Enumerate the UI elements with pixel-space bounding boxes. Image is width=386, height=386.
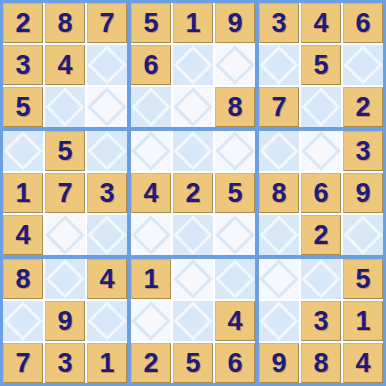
cell-r5c6: 5 [215, 173, 255, 213]
given-digit: 7 [57, 180, 72, 207]
empty-diamond-icon [173, 45, 213, 85]
cell-r8c7[interactable] [259, 301, 299, 341]
given-digit: 5 [313, 52, 328, 79]
cell-r5c9: 9 [343, 173, 383, 213]
cell-r1c4: 5 [131, 3, 171, 43]
empty-diamond-icon [173, 87, 213, 127]
given-digit: 2 [15, 10, 30, 37]
cell-r6c1: 4 [3, 215, 43, 255]
cell-r8c3[interactable] [87, 301, 127, 341]
cell-r4c8[interactable] [301, 131, 341, 171]
given-digit: 4 [15, 222, 30, 249]
cell-r1c3: 7 [87, 3, 127, 43]
cell-r3c6: 8 [215, 87, 255, 127]
given-digit: 9 [271, 350, 286, 377]
cell-r7c3: 4 [87, 259, 127, 299]
given-digit: 9 [57, 308, 72, 335]
cell-r4c5[interactable] [173, 131, 213, 171]
empty-diamond-icon [215, 45, 255, 85]
cell-r9c5: 5 [173, 343, 213, 383]
given-digit: 3 [57, 350, 72, 377]
cell-r6c2[interactable] [45, 215, 85, 255]
block-1-1: 287345 [3, 3, 127, 127]
cell-r8c8: 3 [301, 301, 341, 341]
empty-diamond-icon [343, 215, 383, 255]
empty-diamond-icon [259, 301, 299, 341]
cell-r3c8[interactable] [301, 87, 341, 127]
empty-diamond-icon [87, 301, 127, 341]
block-2-3: 38692 [259, 131, 383, 255]
empty-diamond-icon [215, 215, 255, 255]
block-3-3: 531984 [259, 259, 383, 383]
block-2-1: 51734 [3, 131, 127, 255]
given-digit: 7 [99, 10, 114, 37]
cell-r4c3[interactable] [87, 131, 127, 171]
cell-r8c1[interactable] [3, 301, 43, 341]
cell-r2c8: 5 [301, 45, 341, 85]
cell-r9c4: 2 [131, 343, 171, 383]
cell-r5c7: 8 [259, 173, 299, 213]
given-digit: 1 [185, 10, 200, 37]
cell-r1c7: 3 [259, 3, 299, 43]
cell-r5c8: 6 [301, 173, 341, 213]
given-digit: 5 [355, 266, 370, 293]
sudoku-board: 2873455196834657251734425386928497311425… [0, 0, 386, 386]
cell-r7c5[interactable] [173, 259, 213, 299]
given-digit: 1 [355, 308, 370, 335]
given-digit: 2 [143, 350, 158, 377]
cell-r7c1: 8 [3, 259, 43, 299]
cell-r9c1: 7 [3, 343, 43, 383]
given-digit: 2 [313, 222, 328, 249]
given-digit: 1 [99, 350, 114, 377]
cell-r2c2: 4 [45, 45, 85, 85]
given-digit: 5 [15, 94, 30, 121]
cell-r6c4[interactable] [131, 215, 171, 255]
cell-r7c8[interactable] [301, 259, 341, 299]
empty-diamond-icon [173, 259, 213, 299]
cell-r4c6[interactable] [215, 131, 255, 171]
given-digit: 9 [355, 180, 370, 207]
empty-diamond-icon [173, 301, 213, 341]
empty-diamond-icon [3, 131, 43, 171]
given-digit: 3 [355, 138, 370, 165]
block-2-2: 425 [131, 131, 255, 255]
cell-r1c5: 1 [173, 3, 213, 43]
given-digit: 1 [15, 180, 30, 207]
cell-r8c6: 4 [215, 301, 255, 341]
cell-r7c9: 5 [343, 259, 383, 299]
cell-r8c5[interactable] [173, 301, 213, 341]
cell-r2c5[interactable] [173, 45, 213, 85]
cell-r1c9: 6 [343, 3, 383, 43]
empty-diamond-icon [131, 87, 171, 127]
cell-r9c3: 1 [87, 343, 127, 383]
block-3-1: 849731 [3, 259, 127, 383]
cell-r8c4[interactable] [131, 301, 171, 341]
empty-diamond-icon [87, 215, 127, 255]
empty-diamond-icon [301, 259, 341, 299]
cell-r2c3[interactable] [87, 45, 127, 85]
cell-r5c1: 1 [3, 173, 43, 213]
cell-r5c2: 7 [45, 173, 85, 213]
block-1-2: 51968 [131, 3, 255, 127]
cell-r9c9: 4 [343, 343, 383, 383]
block-3-2: 14256 [131, 259, 255, 383]
cell-r8c2: 9 [45, 301, 85, 341]
given-digit: 4 [313, 10, 328, 37]
cell-r7c4: 1 [131, 259, 171, 299]
given-digit: 5 [57, 138, 72, 165]
empty-diamond-icon [173, 215, 213, 255]
cell-r7c6[interactable] [215, 259, 255, 299]
empty-diamond-icon [87, 45, 127, 85]
cell-r3c4[interactable] [131, 87, 171, 127]
cell-r6c9[interactable] [343, 215, 383, 255]
cell-r3c5[interactable] [173, 87, 213, 127]
given-digit: 3 [15, 52, 30, 79]
cell-r2c1: 3 [3, 45, 43, 85]
empty-diamond-icon [259, 131, 299, 171]
cell-r9c6: 6 [215, 343, 255, 383]
empty-diamond-icon [3, 301, 43, 341]
cell-r3c1: 5 [3, 87, 43, 127]
given-digit: 3 [271, 10, 286, 37]
given-digit: 8 [227, 94, 242, 121]
cell-r3c3[interactable] [87, 87, 127, 127]
cell-r4c9: 3 [343, 131, 383, 171]
cell-r1c1: 2 [3, 3, 43, 43]
cell-r6c3[interactable] [87, 215, 127, 255]
given-digit: 2 [185, 180, 200, 207]
cell-r3c2[interactable] [45, 87, 85, 127]
given-digit: 6 [313, 180, 328, 207]
empty-diamond-icon [131, 131, 171, 171]
given-digit: 6 [355, 10, 370, 37]
cell-r4c4[interactable] [131, 131, 171, 171]
given-digit: 7 [15, 350, 30, 377]
cell-r5c3: 3 [87, 173, 127, 213]
cell-r3c7: 7 [259, 87, 299, 127]
cell-r1c2: 8 [45, 3, 85, 43]
empty-diamond-icon [45, 259, 85, 299]
cell-r4c7[interactable] [259, 131, 299, 171]
cell-r6c7[interactable] [259, 215, 299, 255]
given-digit: 7 [271, 94, 286, 121]
empty-diamond-icon [87, 87, 127, 127]
empty-diamond-icon [301, 87, 341, 127]
empty-diamond-icon [259, 45, 299, 85]
empty-diamond-icon [45, 87, 85, 127]
empty-diamond-icon [215, 259, 255, 299]
empty-diamond-icon [87, 131, 127, 171]
cell-r9c8: 8 [301, 343, 341, 383]
cell-r3c9: 2 [343, 87, 383, 127]
block-1-3: 346572 [259, 3, 383, 127]
cell-r2c9[interactable] [343, 45, 383, 85]
given-digit: 4 [227, 308, 242, 335]
given-digit: 8 [271, 180, 286, 207]
empty-diamond-icon [215, 131, 255, 171]
cell-r7c7[interactable] [259, 259, 299, 299]
given-digit: 6 [227, 350, 242, 377]
cell-r8c9: 1 [343, 301, 383, 341]
cell-r2c6[interactable] [215, 45, 255, 85]
given-digit: 8 [15, 266, 30, 293]
cell-r6c6[interactable] [215, 215, 255, 255]
given-digit: 1 [143, 266, 158, 293]
empty-diamond-icon [173, 131, 213, 171]
given-digit: 5 [227, 180, 242, 207]
empty-diamond-icon [301, 131, 341, 171]
cell-r5c4: 4 [131, 173, 171, 213]
given-digit: 2 [355, 94, 370, 121]
cell-r4c2: 5 [45, 131, 85, 171]
cell-r2c4: 6 [131, 45, 171, 85]
empty-diamond-icon [343, 45, 383, 85]
given-digit: 4 [143, 180, 158, 207]
cell-r2c7[interactable] [259, 45, 299, 85]
empty-diamond-icon [259, 215, 299, 255]
empty-diamond-icon [131, 301, 171, 341]
given-digit: 5 [143, 10, 158, 37]
cell-r4c1[interactable] [3, 131, 43, 171]
cell-r9c7: 9 [259, 343, 299, 383]
empty-diamond-icon [131, 215, 171, 255]
given-digit: 4 [57, 52, 72, 79]
cell-r6c5[interactable] [173, 215, 213, 255]
cell-r1c8: 4 [301, 3, 341, 43]
cell-r7c2[interactable] [45, 259, 85, 299]
empty-diamond-icon [259, 259, 299, 299]
given-digit: 3 [99, 180, 114, 207]
given-digit: 8 [57, 10, 72, 37]
cell-r5c5: 2 [173, 173, 213, 213]
cell-r6c8: 2 [301, 215, 341, 255]
given-digit: 6 [143, 52, 158, 79]
empty-diamond-icon [45, 215, 85, 255]
given-digit: 9 [227, 10, 242, 37]
given-digit: 4 [99, 266, 114, 293]
given-digit: 3 [313, 308, 328, 335]
cell-r1c6: 9 [215, 3, 255, 43]
given-digit: 4 [355, 350, 370, 377]
given-digit: 5 [185, 350, 200, 377]
given-digit: 8 [313, 350, 328, 377]
cell-r9c2: 3 [45, 343, 85, 383]
